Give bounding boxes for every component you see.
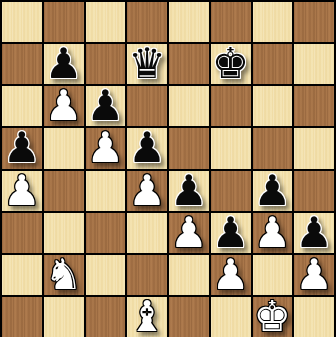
square-f4[interactable] (211, 171, 251, 211)
black-king-f7[interactable]: ♚ (212, 44, 250, 84)
square-a6[interactable] (2, 86, 42, 126)
square-a8[interactable] (2, 2, 42, 42)
square-f7[interactable]: ♚ (211, 44, 251, 84)
square-b1[interactable] (44, 297, 84, 337)
square-b6[interactable]: ♟ (44, 86, 84, 126)
square-b4[interactable] (44, 171, 84, 211)
square-f1[interactable] (211, 297, 251, 337)
white-pawn-d4[interactable]: ♟ (128, 171, 166, 211)
square-g1[interactable]: ♚ (253, 297, 293, 337)
square-a1[interactable] (2, 297, 42, 337)
white-pawn-g3[interactable]: ♟ (254, 213, 292, 253)
black-pawn-e4[interactable]: ♟ (170, 171, 208, 211)
square-c1[interactable] (86, 297, 126, 337)
square-g2[interactable] (253, 255, 293, 295)
square-b5[interactable] (44, 128, 84, 168)
square-a3[interactable] (2, 213, 42, 253)
square-g8[interactable] (253, 2, 293, 42)
square-h5[interactable] (294, 128, 334, 168)
square-b8[interactable] (44, 2, 84, 42)
square-h3[interactable]: ♟ (294, 213, 334, 253)
chess-board: ♟♛♚♟♟♟♟♟♟♟♟♟♟♟♟♟♞♟♟♝♚ (0, 0, 336, 337)
square-a2[interactable] (2, 255, 42, 295)
square-g6[interactable] (253, 86, 293, 126)
square-e4[interactable]: ♟ (169, 171, 209, 211)
square-f3[interactable]: ♟ (211, 213, 251, 253)
black-pawn-f3[interactable]: ♟ (212, 213, 250, 253)
black-pawn-d5[interactable]: ♟ (128, 128, 166, 168)
square-e1[interactable] (169, 297, 209, 337)
square-g3[interactable]: ♟ (253, 213, 293, 253)
square-e5[interactable] (169, 128, 209, 168)
square-d8[interactable] (127, 2, 167, 42)
square-f5[interactable] (211, 128, 251, 168)
square-c4[interactable] (86, 171, 126, 211)
square-e8[interactable] (169, 2, 209, 42)
square-a7[interactable] (2, 44, 42, 84)
white-pawn-b6[interactable]: ♟ (45, 86, 83, 126)
square-a4[interactable]: ♟ (2, 171, 42, 211)
white-pawn-h2[interactable]: ♟ (295, 255, 333, 295)
square-h7[interactable] (294, 44, 334, 84)
square-d3[interactable] (127, 213, 167, 253)
square-e2[interactable] (169, 255, 209, 295)
square-c7[interactable] (86, 44, 126, 84)
square-d7[interactable]: ♛ (127, 44, 167, 84)
white-pawn-e3[interactable]: ♟ (170, 213, 208, 253)
white-knight-b2[interactable]: ♞ (45, 255, 83, 295)
square-b7[interactable]: ♟ (44, 44, 84, 84)
square-h8[interactable] (294, 2, 334, 42)
square-f2[interactable]: ♟ (211, 255, 251, 295)
square-e3[interactable]: ♟ (169, 213, 209, 253)
square-h6[interactable] (294, 86, 334, 126)
square-c3[interactable] (86, 213, 126, 253)
square-e7[interactable] (169, 44, 209, 84)
square-g5[interactable] (253, 128, 293, 168)
square-c5[interactable]: ♟ (86, 128, 126, 168)
square-c8[interactable] (86, 2, 126, 42)
square-d1[interactable]: ♝ (127, 297, 167, 337)
square-c6[interactable]: ♟ (86, 86, 126, 126)
black-pawn-a5[interactable]: ♟ (3, 128, 41, 168)
square-b2[interactable]: ♞ (44, 255, 84, 295)
white-bishop-d1[interactable]: ♝ (128, 297, 166, 337)
square-d4[interactable]: ♟ (127, 171, 167, 211)
square-c2[interactable] (86, 255, 126, 295)
square-b3[interactable] (44, 213, 84, 253)
black-pawn-c6[interactable]: ♟ (87, 86, 125, 126)
square-f8[interactable] (211, 2, 251, 42)
square-e6[interactable] (169, 86, 209, 126)
square-a5[interactable]: ♟ (2, 128, 42, 168)
square-h1[interactable] (294, 297, 334, 337)
white-pawn-f2[interactable]: ♟ (212, 255, 250, 295)
white-pawn-a4[interactable]: ♟ (3, 171, 41, 211)
square-g4[interactable]: ♟ (253, 171, 293, 211)
black-queen-d7[interactable]: ♛ (128, 44, 166, 84)
square-d2[interactable] (127, 255, 167, 295)
white-king-g1[interactable]: ♚ (254, 297, 292, 337)
square-h4[interactable] (294, 171, 334, 211)
black-pawn-b7[interactable]: ♟ (45, 44, 83, 84)
square-d6[interactable] (127, 86, 167, 126)
square-f6[interactable] (211, 86, 251, 126)
square-d5[interactable]: ♟ (127, 128, 167, 168)
black-pawn-g4[interactable]: ♟ (254, 171, 292, 211)
black-pawn-h3[interactable]: ♟ (295, 213, 333, 253)
white-pawn-c5[interactable]: ♟ (87, 128, 125, 168)
chess-board-window: ♟♛♚♟♟♟♟♟♟♟♟♟♟♟♟♟♞♟♟♝♚ (0, 0, 336, 337)
square-g7[interactable] (253, 44, 293, 84)
square-h2[interactable]: ♟ (294, 255, 334, 295)
